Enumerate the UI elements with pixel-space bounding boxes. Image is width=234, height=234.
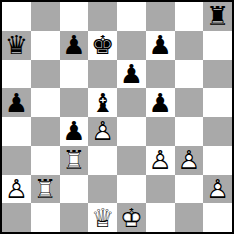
square-h2[interactable]: ♟♙ [203,175,232,204]
square-b5[interactable] [31,88,60,117]
white-pawn-outline: ♙ [2,175,31,204]
square-d7[interactable]: ♚ [88,31,117,60]
square-g4[interactable] [175,117,204,146]
square-b2[interactable]: ♜♖ [31,175,60,204]
square-g3[interactable]: ♟♙ [175,146,204,175]
square-b3[interactable] [31,146,60,175]
square-b4[interactable] [31,117,60,146]
square-g1[interactable] [175,203,204,232]
square-e2[interactable] [117,175,146,204]
white-queen-outline: ♕ [88,203,117,232]
square-f8[interactable] [146,2,175,31]
square-c8[interactable] [60,2,89,31]
square-e3[interactable] [117,146,146,175]
white-rook: ♜♖ [31,175,60,204]
black-pawn: ♟ [60,31,89,60]
square-d4[interactable]: ♟♙ [88,117,117,146]
square-d5[interactable]: ♝ [88,88,117,117]
square-c4[interactable]: ♟ [60,117,89,146]
black-rook: ♜ [203,2,232,31]
square-b6[interactable] [31,60,60,89]
black-pawn-glyph: ♟ [146,88,175,117]
square-a4[interactable] [2,117,31,146]
square-a3[interactable] [2,146,31,175]
square-f5[interactable]: ♟ [146,88,175,117]
square-b7[interactable] [31,31,60,60]
square-c2[interactable] [60,175,89,204]
black-king-glyph: ♚ [88,31,117,60]
square-f1[interactable] [146,203,175,232]
square-c5[interactable] [60,88,89,117]
black-rook-glyph: ♜ [203,2,232,31]
square-d2[interactable] [88,175,117,204]
square-f2[interactable] [146,175,175,204]
square-e1[interactable]: ♚♔ [117,203,146,232]
square-a8[interactable] [2,2,31,31]
white-pawn: ♟♙ [146,146,175,175]
black-pawn-glyph: ♟ [2,88,31,117]
square-h6[interactable] [203,60,232,89]
square-e5[interactable] [117,88,146,117]
square-a2[interactable]: ♟♙ [2,175,31,204]
square-f6[interactable] [146,60,175,89]
square-e6[interactable]: ♟ [117,60,146,89]
square-h7[interactable] [203,31,232,60]
square-g5[interactable] [175,88,204,117]
black-pawn: ♟ [146,88,175,117]
square-h8[interactable]: ♜ [203,2,232,31]
square-b8[interactable] [31,2,60,31]
square-b1[interactable] [31,203,60,232]
white-rook-outline: ♖ [60,146,89,175]
black-queen: ♛ [2,31,31,60]
white-pawn: ♟♙ [2,175,31,204]
square-a6[interactable] [2,60,31,89]
white-queen: ♛♕ [88,203,117,232]
chess-board-frame: ♜♛♟♚♟♟♟♝♟♟♟♙♜♖♟♙♟♙♟♙♜♖♟♙♛♕♚♔ [0,0,234,234]
square-d8[interactable] [88,2,117,31]
square-a7[interactable]: ♛ [2,31,31,60]
white-king: ♚♔ [117,203,146,232]
black-pawn: ♟ [60,117,89,146]
square-g6[interactable] [175,60,204,89]
square-a5[interactable]: ♟ [2,88,31,117]
white-pawn: ♟♙ [88,117,117,146]
black-pawn-glyph: ♟ [60,117,89,146]
white-pawn-outline: ♙ [146,146,175,175]
white-pawn-outline: ♙ [203,175,232,204]
square-h4[interactable] [203,117,232,146]
square-f7[interactable]: ♟ [146,31,175,60]
black-king: ♚ [88,31,117,60]
square-c7[interactable]: ♟ [60,31,89,60]
black-pawn-glyph: ♟ [146,31,175,60]
square-h1[interactable] [203,203,232,232]
square-f4[interactable] [146,117,175,146]
square-a1[interactable] [2,203,31,232]
white-pawn-outline: ♙ [88,117,117,146]
white-rook-outline: ♖ [31,175,60,204]
white-king-outline: ♔ [117,203,146,232]
black-bishop-glyph: ♝ [88,88,117,117]
black-pawn: ♟ [2,88,31,117]
square-d1[interactable]: ♛♕ [88,203,117,232]
square-h3[interactable] [203,146,232,175]
white-pawn: ♟♙ [175,146,204,175]
white-rook: ♜♖ [60,146,89,175]
white-pawn: ♟♙ [203,175,232,204]
black-queen-glyph: ♛ [2,31,31,60]
square-e8[interactable] [117,2,146,31]
black-pawn: ♟ [117,60,146,89]
square-c1[interactable] [60,203,89,232]
square-e7[interactable] [117,31,146,60]
black-bishop: ♝ [88,88,117,117]
black-pawn: ♟ [146,31,175,60]
white-pawn-outline: ♙ [175,146,204,175]
square-g8[interactable] [175,2,204,31]
square-e4[interactable] [117,117,146,146]
black-pawn-glyph: ♟ [60,31,89,60]
square-f3[interactable]: ♟♙ [146,146,175,175]
black-pawn-glyph: ♟ [117,60,146,89]
square-h5[interactable] [203,88,232,117]
square-g7[interactable] [175,31,204,60]
square-c3[interactable]: ♜♖ [60,146,89,175]
square-c6[interactable] [60,60,89,89]
square-d3[interactable] [88,146,117,175]
square-d6[interactable] [88,60,117,89]
chess-board: ♜♛♟♚♟♟♟♝♟♟♟♙♜♖♟♙♟♙♟♙♜♖♟♙♛♕♚♔ [2,2,232,232]
square-g2[interactable] [175,175,204,204]
